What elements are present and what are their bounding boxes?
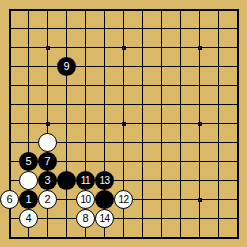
intersection-2-0[interactable] [0,38,19,57]
intersection-8-12[interactable] [228,152,247,171]
intersection-2-7[interactable] [133,38,152,57]
intersection-0-4[interactable] [76,0,95,19]
intersection-9-0[interactable] [0,171,19,190]
intersection-10-12[interactable] [228,190,247,209]
intersection-7-10[interactable] [190,133,209,152]
intersection-3-2[interactable] [38,57,57,76]
star-point [122,122,126,126]
intersection-5-2[interactable] [38,95,57,114]
intersection-4-7[interactable] [133,76,152,95]
white-stone[interactable]: 2 [38,190,57,209]
move-number: 7 [44,156,50,167]
intersection-5-5[interactable] [95,95,114,114]
intersection-12-12[interactable] [228,228,247,247]
star-point [198,198,202,202]
move-number: 1 [25,194,31,205]
intersection-9-7[interactable] [133,171,152,190]
intersection-7-9[interactable] [171,133,190,152]
move-number: 10 [80,195,90,205]
move-number: 13 [99,176,109,186]
move-number: 8 [82,213,88,224]
intersection-1-1[interactable] [19,19,38,38]
intersection-11-7[interactable] [133,209,152,228]
black-stone[interactable]: 11 [76,171,95,190]
intersection-9-10[interactable] [190,171,209,190]
intersection-0-2[interactable] [38,0,57,19]
intersection-7-0[interactable] [0,133,19,152]
intersection-10-3[interactable] [57,190,76,209]
intersection-3-7[interactable] [133,57,152,76]
intersection-3-0[interactable] [0,57,19,76]
intersection-8-9[interactable] [171,152,190,171]
star-point [198,46,202,50]
intersection-4-4[interactable] [76,76,95,95]
intersection-3-8[interactable] [152,57,171,76]
intersection-2-5[interactable] [95,38,114,57]
intersection-8-0[interactable] [0,152,19,171]
intersection-1-7[interactable] [133,19,152,38]
intersection-11-8[interactable] [152,209,171,228]
white-stone[interactable] [38,133,57,152]
intersection-1-4[interactable] [76,19,95,38]
intersection-7-6[interactable] [114,133,133,152]
intersection-11-3[interactable] [57,209,76,228]
intersection-2-11[interactable] [209,38,228,57]
intersection-4-6[interactable] [114,76,133,95]
star-point [122,46,126,50]
intersection-5-3[interactable] [57,95,76,114]
intersection-1-12[interactable] [228,19,247,38]
intersection-12-1[interactable] [19,228,38,247]
intersection-3-10[interactable] [190,57,209,76]
intersection-11-0[interactable] [0,209,19,228]
intersection-11-12[interactable] [228,209,247,228]
intersection-8-6[interactable] [114,152,133,171]
intersection-10-7[interactable] [133,190,152,209]
intersection-11-11[interactable] [209,209,228,228]
intersection-6-12[interactable] [228,114,247,133]
intersection-12-8[interactable] [152,228,171,247]
intersection-3-5[interactable] [95,57,114,76]
intersection-1-2[interactable] [38,19,57,38]
intersection-5-11[interactable] [209,95,228,114]
move-number: 6 [6,194,12,205]
intersection-4-1[interactable] [19,76,38,95]
move-number: 12 [118,195,128,205]
intersection-1-5[interactable] [95,19,114,38]
move-number: 3 [44,175,50,186]
intersection-0-7[interactable] [133,0,152,19]
intersection-5-8[interactable] [152,95,171,114]
intersection-12-7[interactable] [133,228,152,247]
move-number: 9 [63,61,69,72]
intersection-9-8[interactable] [152,171,171,190]
intersection-0-3[interactable] [57,0,76,19]
star-point [46,122,50,126]
intersection-4-12[interactable] [228,76,247,95]
intersection-6-7[interactable] [133,114,152,133]
intersection-7-4[interactable] [76,133,95,152]
intersection-12-6[interactable] [114,228,133,247]
white-stone[interactable]: 6 [0,190,19,209]
intersection-4-2[interactable] [38,76,57,95]
intersection-3-4[interactable] [76,57,95,76]
intersection-0-8[interactable] [152,0,171,19]
intersection-7-7[interactable] [133,133,152,152]
intersection-5-7[interactable] [133,95,152,114]
move-number: 4 [25,213,31,224]
intersection-0-10[interactable] [190,0,209,19]
intersection-8-7[interactable] [133,152,152,171]
intersection-0-12[interactable] [228,0,247,19]
white-stone[interactable]: 12 [114,190,133,209]
intersection-8-5[interactable] [95,152,114,171]
intersection-2-8[interactable] [152,38,171,57]
intersection-3-6[interactable] [114,57,133,76]
intersection-12-11[interactable] [209,228,228,247]
intersection-9-11[interactable] [209,171,228,190]
intersection-1-10[interactable] [190,19,209,38]
intersection-0-6[interactable] [114,0,133,19]
intersection-6-4[interactable] [76,114,95,133]
intersection-8-8[interactable] [152,152,171,171]
intersection-2-9[interactable] [171,38,190,57]
white-stone[interactable]: 10 [76,190,95,209]
intersection-1-0[interactable] [0,19,19,38]
white-stone[interactable]: 4 [19,209,38,228]
intersection-3-1[interactable] [19,57,38,76]
star-point [46,46,50,50]
black-stone[interactable]: 1 [19,190,38,209]
intersection-5-12[interactable] [228,95,247,114]
white-stone[interactable]: 14 [95,209,114,228]
intersection-4-11[interactable] [209,76,228,95]
intersection-7-1[interactable] [19,133,38,152]
intersection-4-0[interactable] [0,76,19,95]
intersection-4-9[interactable] [171,76,190,95]
intersection-5-1[interactable] [19,95,38,114]
intersection-6-1[interactable] [19,114,38,133]
intersection-7-12[interactable] [228,133,247,152]
intersection-8-3[interactable] [57,152,76,171]
intersection-6-5[interactable] [95,114,114,133]
intersection-6-8[interactable] [152,114,171,133]
move-number: 11 [81,176,90,186]
intersection-5-10[interactable] [190,95,209,114]
intersection-6-9[interactable] [171,114,190,133]
intersection-7-8[interactable] [152,133,171,152]
intersection-0-0[interactable] [0,0,19,19]
black-stone[interactable]: 5 [19,152,38,171]
intersection-8-4[interactable] [76,152,95,171]
intersection-9-12[interactable] [228,171,247,190]
intersection-12-10[interactable] [190,228,209,247]
intersection-10-11[interactable] [209,190,228,209]
move-number: 14 [99,214,109,224]
black-stone[interactable]: 13 [95,171,114,190]
intersection-1-8[interactable] [152,19,171,38]
intersection-4-3[interactable] [57,76,76,95]
intersection-9-9[interactable] [171,171,190,190]
intersection-7-3[interactable] [57,133,76,152]
intersection-7-11[interactable] [209,133,228,152]
intersection-11-6[interactable] [114,209,133,228]
black-stone[interactable]: 3 [38,171,57,190]
intersection-12-3[interactable] [57,228,76,247]
intersection-0-1[interactable] [19,0,38,19]
intersection-12-0[interactable] [0,228,19,247]
intersection-1-6[interactable] [114,19,133,38]
black-stone[interactable]: 9 [57,57,76,76]
intersection-2-1[interactable] [19,38,38,57]
intersection-6-11[interactable] [209,114,228,133]
intersection-7-5[interactable] [95,133,114,152]
intersection-4-8[interactable] [152,76,171,95]
black-stone[interactable] [95,190,114,209]
black-stone[interactable] [57,171,76,190]
intersection-12-4[interactable] [76,228,95,247]
intersection-8-10[interactable] [190,152,209,171]
intersection-4-5[interactable] [95,76,114,95]
move-number: 5 [25,156,31,167]
intersection-3-12[interactable] [228,57,247,76]
black-stone[interactable]: 7 [38,152,57,171]
intersection-12-9[interactable] [171,228,190,247]
intersection-5-6[interactable] [114,95,133,114]
intersection-3-9[interactable] [171,57,190,76]
move-number: 2 [44,194,50,205]
white-stone[interactable]: 8 [76,209,95,228]
go-diagram: 9573111361210124814 [0,0,247,247]
intersection-11-9[interactable] [171,209,190,228]
intersection-6-3[interactable] [57,114,76,133]
intersection-3-11[interactable] [209,57,228,76]
intersection-0-5[interactable] [95,0,114,19]
intersection-12-5[interactable] [95,228,114,247]
intersection-11-2[interactable] [38,209,57,228]
intersection-1-11[interactable] [209,19,228,38]
intersection-5-0[interactable] [0,95,19,114]
intersection-4-10[interactable] [190,76,209,95]
white-stone[interactable] [19,171,38,190]
intersection-1-9[interactable] [171,19,190,38]
intersection-2-4[interactable] [76,38,95,57]
intersection-10-9[interactable] [171,190,190,209]
intersection-6-0[interactable] [0,114,19,133]
intersection-1-3[interactable] [57,19,76,38]
intersection-12-2[interactable] [38,228,57,247]
intersection-9-6[interactable] [114,171,133,190]
intersection-8-11[interactable] [209,152,228,171]
intersection-5-4[interactable] [76,95,95,114]
intersection-2-12[interactable] [228,38,247,57]
star-point [198,122,202,126]
intersection-0-9[interactable] [171,0,190,19]
intersection-5-9[interactable] [171,95,190,114]
intersection-11-10[interactable] [190,209,209,228]
intersection-0-11[interactable] [209,0,228,19]
intersection-10-8[interactable] [152,190,171,209]
intersection-2-3[interactable] [57,38,76,57]
